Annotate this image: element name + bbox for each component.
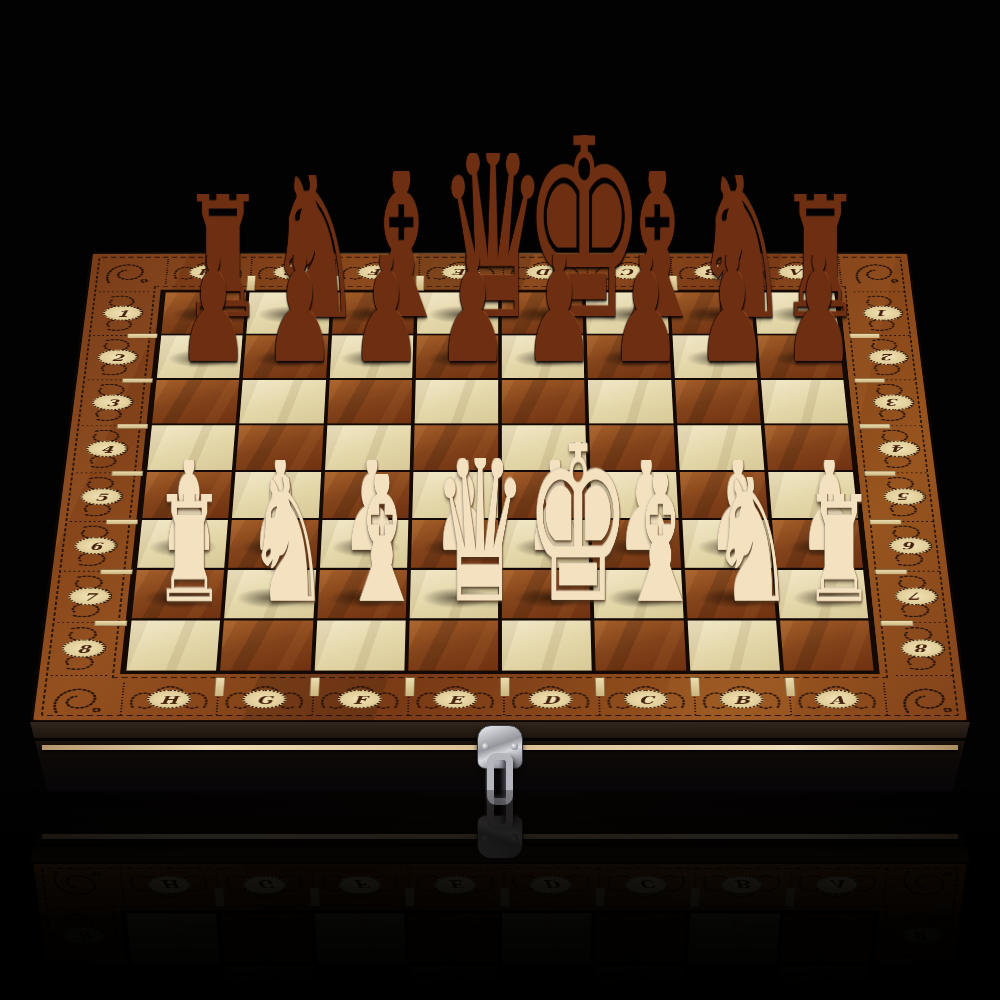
- square-c3[interactable]: [588, 380, 673, 424]
- square-e1[interactable]: [417, 292, 499, 333]
- rank-label-right-4: 4: [877, 441, 920, 457]
- border-cell-top: B: [670, 257, 756, 287]
- square-b7[interactable]: [684, 569, 775, 618]
- square-b3[interactable]: [674, 380, 760, 424]
- square-g4[interactable]: [236, 425, 323, 470]
- square-g2[interactable]: [243, 336, 328, 378]
- corner-scroll-ornament-icon: [41, 679, 115, 719]
- square-d6[interactable]: [502, 520, 589, 567]
- file-label-bottom-b: B: [719, 690, 764, 709]
- square-d8[interactable]: [502, 620, 592, 670]
- border-cell-top: D: [503, 257, 588, 287]
- square-c2[interactable]: [587, 336, 671, 378]
- border-cell-left: 5: [66, 472, 135, 520]
- square-b1[interactable]: [670, 292, 754, 333]
- file-label-top-c: C: [609, 265, 648, 280]
- square-a6[interactable]: [772, 520, 863, 567]
- border-corner: [890, 679, 964, 719]
- square-b2[interactable]: [672, 336, 757, 378]
- square-d3[interactable]: [502, 380, 586, 424]
- border-cell-left: 2: [84, 335, 150, 380]
- square-h2[interactable]: [157, 336, 243, 378]
- rank-label-right-2: 2: [867, 349, 908, 364]
- border-cell-right: 7: [881, 571, 953, 622]
- rank-label-right-1: 1: [862, 306, 903, 321]
- square-d4[interactable]: [502, 425, 587, 470]
- border-cell-left: 4: [72, 425, 140, 472]
- square-a5[interactable]: [768, 472, 858, 518]
- file-label-bottom-a: A: [814, 690, 859, 709]
- border-cell-left: 1: [90, 292, 155, 335]
- chess-board: HH11GG22FF33EE44DD55CC66BB77AA88♜♞♝♛♚♝♞♜…: [30, 252, 970, 722]
- square-b8[interactable]: [687, 620, 780, 670]
- square-g3[interactable]: [240, 380, 326, 424]
- square-f4[interactable]: [325, 425, 411, 470]
- square-a4[interactable]: [764, 425, 852, 470]
- border-corner: [845, 257, 910, 288]
- square-f7[interactable]: [317, 569, 407, 618]
- square-e5[interactable]: [412, 472, 498, 518]
- square-g8[interactable]: [220, 620, 313, 670]
- square-b5[interactable]: [679, 472, 768, 518]
- file-label-bottom-e: E: [433, 690, 477, 709]
- border-cell-bottom: D: [503, 681, 599, 718]
- square-c7[interactable]: [593, 569, 683, 618]
- corner-scroll-ornament-icon: [845, 257, 910, 288]
- square-c6[interactable]: [592, 520, 681, 567]
- square-g7[interactable]: [224, 569, 315, 618]
- border-cell-bottom: F: [311, 681, 408, 718]
- square-h1[interactable]: [161, 292, 246, 333]
- border-cell-left: 6: [60, 521, 131, 571]
- square-a1[interactable]: [754, 292, 839, 333]
- square-c4[interactable]: [589, 425, 675, 470]
- square-d7[interactable]: [502, 569, 591, 618]
- square-d1[interactable]: [502, 292, 584, 333]
- border-cell-top: F: [334, 257, 419, 287]
- border-cell-right: 4: [865, 425, 933, 472]
- border-cell-top: E: [418, 257, 503, 287]
- border-cell-right: 1: [850, 292, 916, 335]
- file-label-bottom-d: D: [529, 690, 573, 709]
- border-corner: [96, 257, 161, 288]
- border-cell-left: 7: [54, 571, 126, 622]
- border-cell-left: 3: [78, 380, 145, 426]
- rank-label-right-3: 3: [872, 394, 914, 410]
- square-h5[interactable]: [142, 472, 232, 518]
- corner-scroll-ornament-icon: [890, 679, 964, 719]
- file-label-top-a: A: [777, 265, 817, 280]
- border-cell-right: 8: [886, 622, 959, 675]
- border-cell-right: 3: [860, 380, 927, 426]
- square-c1[interactable]: [586, 292, 669, 333]
- file-label-top-d: D: [525, 265, 564, 280]
- square-a3[interactable]: [761, 380, 848, 424]
- border-corner: [41, 679, 115, 719]
- square-g6[interactable]: [228, 520, 318, 567]
- square-e4[interactable]: [413, 425, 498, 470]
- square-a7[interactable]: [776, 569, 868, 618]
- square-h8[interactable]: [126, 620, 220, 670]
- border-cell-right: 5: [870, 472, 940, 520]
- square-h6[interactable]: [137, 520, 228, 567]
- square-h7[interactable]: [132, 569, 224, 618]
- border-cell-left: 8: [47, 622, 120, 675]
- square-h3[interactable]: [152, 380, 239, 424]
- square-e2[interactable]: [416, 336, 499, 378]
- border-cell-bottom: A: [788, 681, 887, 718]
- border-cell-bottom: B: [693, 681, 791, 718]
- square-f2[interactable]: [329, 336, 413, 378]
- border-cell-bottom: C: [598, 681, 695, 718]
- product-photo-wooden-chess-set: HH11GG22FF33EE44DD55CC66BB77AA88♜♞♝♛♚♝♞♜…: [0, 0, 1000, 1000]
- screw-icon: [511, 743, 518, 750]
- square-h4[interactable]: [147, 425, 235, 470]
- reflection-fade: [0, 790, 1000, 1000]
- square-f3[interactable]: [327, 380, 412, 424]
- border-cell-bottom: E: [407, 681, 503, 718]
- border-cell-top: C: [586, 257, 671, 287]
- square-d5[interactable]: [502, 472, 588, 518]
- screw-icon: [482, 743, 489, 750]
- file-label-top-b: B: [693, 265, 733, 280]
- square-c8[interactable]: [595, 620, 686, 670]
- square-c5[interactable]: [591, 472, 678, 518]
- border-cell-bottom: G: [215, 681, 313, 718]
- square-e8[interactable]: [408, 620, 498, 670]
- file-label-bottom-c: C: [624, 690, 668, 709]
- square-d2[interactable]: [502, 336, 585, 378]
- file-label-top-e: E: [441, 265, 480, 280]
- square-e6[interactable]: [411, 520, 498, 567]
- board-perspective: HH11GG22FF33EE44DD55CC66BB77AA88♜♞♝♛♚♝♞♜…: [30, 0, 970, 722]
- square-f6[interactable]: [320, 520, 409, 567]
- corner-scroll-ornament-icon: [96, 257, 161, 288]
- square-g5[interactable]: [232, 472, 321, 518]
- square-f5[interactable]: [322, 472, 409, 518]
- border-cell-right: 6: [875, 521, 946, 571]
- square-b6[interactable]: [682, 520, 772, 567]
- square-e7[interactable]: [409, 569, 498, 618]
- square-a2[interactable]: [757, 336, 843, 378]
- square-f1[interactable]: [332, 292, 415, 333]
- square-a8[interactable]: [780, 620, 874, 670]
- square-f8[interactable]: [314, 620, 405, 670]
- border-cell-bottom: H: [119, 681, 218, 718]
- border-cell-top: H: [165, 257, 252, 287]
- border-cell-top: A: [754, 257, 841, 287]
- border-cell-right: 2: [855, 335, 921, 380]
- square-b4[interactable]: [677, 425, 764, 470]
- border-cell-top: G: [249, 257, 335, 287]
- square-g1[interactable]: [247, 292, 331, 333]
- square-e3[interactable]: [414, 380, 498, 424]
